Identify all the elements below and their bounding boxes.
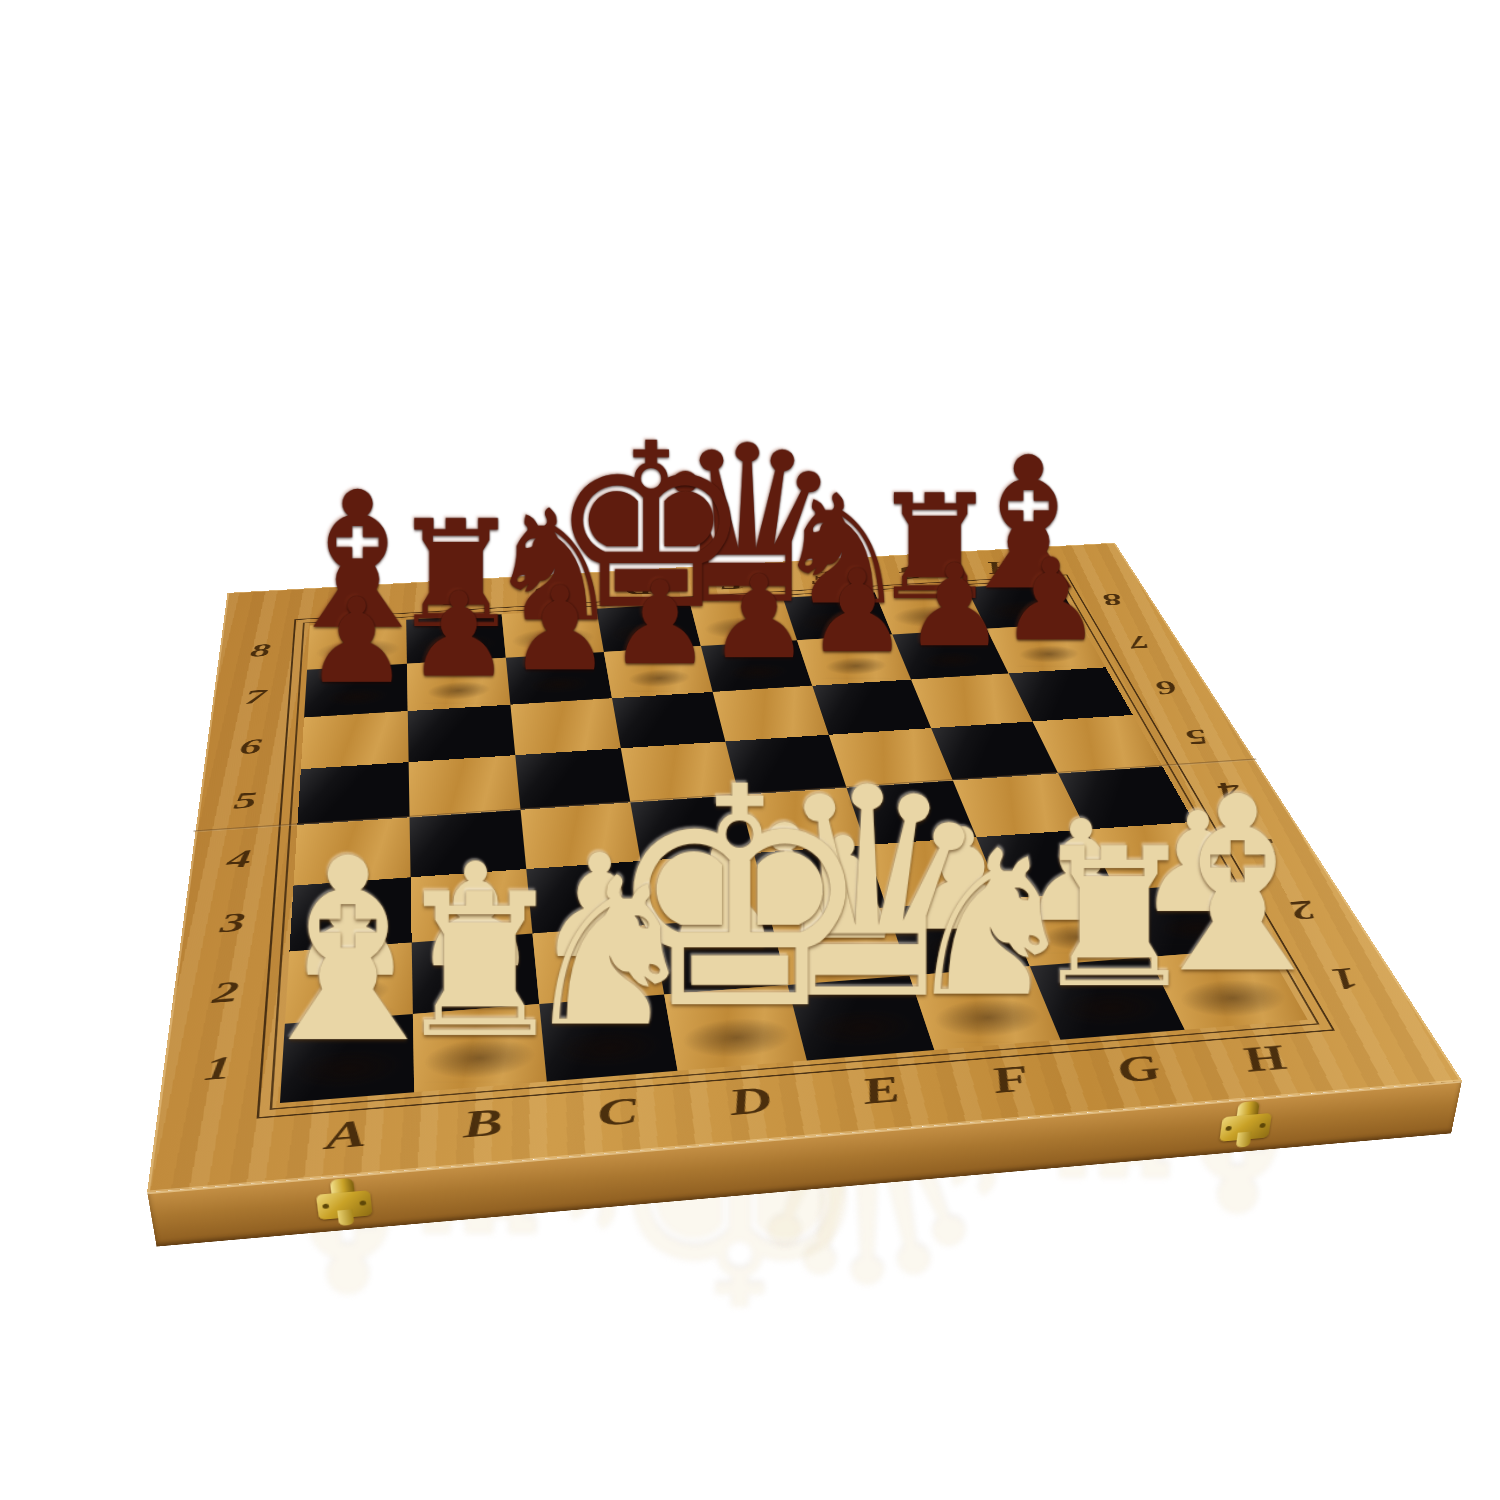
- brass-latch-left: [314, 1176, 373, 1229]
- file-label-front-d: D: [725, 1078, 776, 1123]
- file-label-front-g: G: [1109, 1047, 1168, 1091]
- square-a1: ♝♝: [280, 1014, 414, 1103]
- file-label-front-c: C: [595, 1089, 640, 1135]
- latch-hook: [1236, 1132, 1252, 1148]
- file-label-front-a: A: [326, 1111, 367, 1158]
- board-grid: ♝♝♜♜♞♞♚♚♛♛♞♞♜♜♝♝♟♟♟♟♟♟♟♟♟♟♟♟♟♟♟♟♟♟♟♟♟♟♟♟…: [280, 582, 1308, 1103]
- square-a7: ♟♟: [304, 664, 408, 718]
- file-label-front-e: E: [856, 1068, 906, 1113]
- square-g6: [911, 673, 1032, 728]
- square-a6: [301, 711, 409, 769]
- square-b6: [408, 705, 516, 762]
- chess-board: ♝♝♜♜♞♞♚♚♛♛♞♞♜♜♝♝♟♟♟♟♟♟♟♟♟♟♟♟♟♟♟♟♟♟♟♟♟♟♟♟…: [147, 543, 1462, 1193]
- rank-label-right-6: 6: [1150, 676, 1184, 700]
- rank-label-left-6: 6: [238, 733, 263, 759]
- file-label-front-f: F: [984, 1057, 1037, 1101]
- latch-hook: [337, 1209, 354, 1226]
- brass-latch-right: [1218, 1100, 1274, 1152]
- file-label-front-b: B: [462, 1100, 504, 1146]
- file-label-front-h: H: [1233, 1037, 1297, 1080]
